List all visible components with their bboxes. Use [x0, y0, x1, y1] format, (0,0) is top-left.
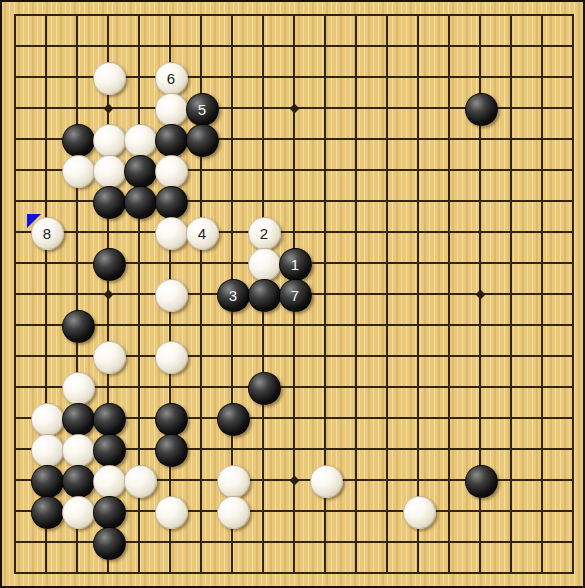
black-stone[interactable]	[155, 186, 188, 219]
black-stone[interactable]	[93, 434, 126, 467]
black-stone[interactable]	[62, 465, 95, 498]
grid-line-vertical	[510, 14, 512, 574]
white-stone[interactable]	[93, 465, 126, 498]
white-stone[interactable]	[155, 217, 188, 250]
black-stone[interactable]	[62, 124, 95, 157]
black-stone-move-7[interactable]: 7	[279, 279, 312, 312]
grid-line-horizontal	[14, 572, 574, 574]
black-stone[interactable]	[155, 434, 188, 467]
move-number: 3	[229, 288, 237, 303]
black-stone[interactable]	[93, 527, 126, 560]
black-stone[interactable]	[93, 248, 126, 281]
star-point	[103, 289, 113, 299]
white-stone-move-6[interactable]: 6	[155, 62, 188, 95]
black-stone[interactable]	[62, 310, 95, 343]
white-stone-move-2[interactable]: 2	[248, 217, 281, 250]
move-number: 5	[198, 102, 206, 117]
black-stone[interactable]	[124, 186, 157, 219]
black-stone[interactable]	[186, 124, 219, 157]
move-number: 1	[291, 257, 299, 272]
white-stone-move-8[interactable]: 8	[31, 217, 64, 250]
white-stone[interactable]	[403, 496, 436, 529]
black-stone[interactable]	[124, 155, 157, 188]
go-board[interactable]: 65842137	[0, 0, 585, 588]
move-number: 2	[260, 226, 268, 241]
white-stone[interactable]	[155, 155, 188, 188]
star-point	[289, 475, 299, 485]
white-stone[interactable]	[62, 155, 95, 188]
white-stone[interactable]	[124, 124, 157, 157]
star-point	[103, 103, 113, 113]
black-stone[interactable]	[465, 93, 498, 126]
grid-line-horizontal	[14, 324, 574, 326]
grid-line-vertical	[448, 14, 450, 574]
move-number: 6	[167, 71, 175, 86]
grid-line-horizontal	[14, 386, 574, 388]
black-stone-move-1[interactable]: 1	[279, 248, 312, 281]
white-stone[interactable]	[93, 155, 126, 188]
white-stone[interactable]	[155, 496, 188, 529]
black-stone[interactable]	[93, 186, 126, 219]
white-stone[interactable]	[217, 496, 250, 529]
black-stone[interactable]	[248, 372, 281, 405]
star-point	[289, 103, 299, 113]
grid-line-vertical	[386, 14, 388, 574]
white-stone[interactable]	[62, 372, 95, 405]
white-stone[interactable]	[62, 496, 95, 529]
black-stone-move-5[interactable]: 5	[186, 93, 219, 126]
white-stone[interactable]	[124, 465, 157, 498]
white-stone[interactable]	[31, 403, 64, 436]
white-stone[interactable]	[248, 248, 281, 281]
black-stone[interactable]	[465, 465, 498, 498]
white-stone-move-4[interactable]: 4	[186, 217, 219, 250]
black-stone-move-3[interactable]: 3	[217, 279, 250, 312]
star-point	[475, 289, 485, 299]
white-stone[interactable]	[31, 434, 64, 467]
white-stone[interactable]	[155, 93, 188, 126]
move-number: 7	[291, 288, 299, 303]
white-stone[interactable]	[155, 341, 188, 374]
white-stone[interactable]	[93, 341, 126, 374]
black-stone[interactable]	[31, 465, 64, 498]
black-stone[interactable]	[62, 403, 95, 436]
black-stone[interactable]	[31, 496, 64, 529]
move-number: 4	[198, 226, 206, 241]
white-stone[interactable]	[155, 279, 188, 312]
black-stone[interactable]	[93, 496, 126, 529]
white-stone[interactable]	[93, 62, 126, 95]
black-stone[interactable]	[155, 124, 188, 157]
grid-line-vertical	[572, 14, 574, 574]
black-stone[interactable]	[217, 403, 250, 436]
grid-line-vertical	[417, 14, 419, 574]
black-stone[interactable]	[93, 403, 126, 436]
white-stone[interactable]	[93, 124, 126, 157]
grid-line-vertical	[355, 14, 357, 574]
black-stone[interactable]	[248, 279, 281, 312]
white-stone[interactable]	[310, 465, 343, 498]
grid-line-vertical	[541, 14, 543, 574]
move-number: 8	[43, 226, 51, 241]
white-stone[interactable]	[62, 434, 95, 467]
white-stone[interactable]	[217, 465, 250, 498]
black-stone[interactable]	[155, 403, 188, 436]
